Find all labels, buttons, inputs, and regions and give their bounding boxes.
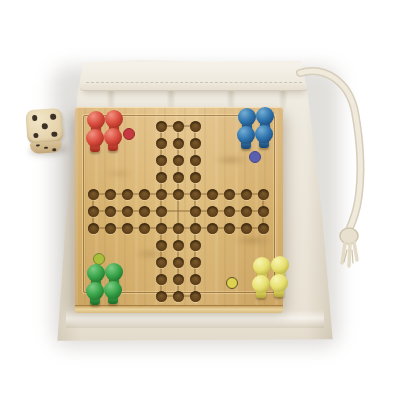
die[interactable]	[24, 108, 67, 158]
board-hole[interactable]	[156, 274, 167, 285]
board-hole[interactable]	[122, 223, 133, 234]
board-hole[interactable]	[105, 223, 116, 234]
board-hole[interactable]	[190, 206, 201, 217]
board-hole[interactable]	[88, 189, 99, 200]
board-hole[interactable]	[105, 206, 116, 217]
board-hole[interactable]	[190, 155, 201, 166]
board-hole[interactable]	[241, 206, 252, 217]
board-hole[interactable]	[190, 223, 201, 234]
board-hole[interactable]	[88, 206, 99, 217]
die-pip	[50, 114, 56, 120]
board-hole[interactable]	[190, 189, 201, 200]
die-pip	[32, 115, 38, 121]
board-hole[interactable]	[207, 189, 218, 200]
board-hole[interactable]	[190, 121, 201, 132]
board-hole[interactable]	[139, 223, 150, 234]
board-hole[interactable]	[190, 257, 201, 268]
board-hole[interactable]	[173, 189, 184, 200]
board-hole[interactable]	[173, 274, 184, 285]
board-hole[interactable]	[258, 223, 269, 234]
board-hole[interactable]	[173, 240, 184, 251]
die-pip	[35, 144, 39, 147]
board-hole[interactable]	[139, 206, 150, 217]
board-hole[interactable]	[190, 274, 201, 285]
board-hole[interactable]	[139, 189, 150, 200]
board-hole[interactable]	[156, 291, 167, 302]
board-hole[interactable]	[156, 172, 167, 183]
cord-tassel	[342, 242, 357, 266]
board-hole[interactable]	[122, 189, 133, 200]
board-hole[interactable]	[122, 206, 133, 217]
board-hole[interactable]	[156, 257, 167, 268]
board-hole[interactable]	[224, 206, 235, 217]
board-hole[interactable]	[258, 189, 269, 200]
board-hole[interactable]	[190, 291, 201, 302]
board-hole[interactable]	[156, 240, 167, 251]
die-pip	[52, 131, 58, 137]
board-hole[interactable]	[173, 121, 184, 132]
game-board	[75, 107, 283, 313]
board-hole[interactable]	[224, 189, 235, 200]
die-top-face	[25, 108, 63, 144]
die-pip	[33, 133, 39, 139]
board-hole[interactable]	[105, 189, 116, 200]
board-surface	[75, 107, 283, 306]
cord-knot	[340, 228, 358, 244]
board-hole[interactable]	[207, 206, 218, 217]
board-hole[interactable]	[173, 291, 184, 302]
board-hole[interactable]	[173, 138, 184, 149]
board-hole[interactable]	[241, 189, 252, 200]
board-hole[interactable]	[241, 223, 252, 234]
holes-layer	[75, 107, 283, 306]
board-hole[interactable]	[156, 121, 167, 132]
board-hole[interactable]	[173, 223, 184, 234]
board-hole[interactable]	[156, 138, 167, 149]
board-hole[interactable]	[190, 138, 201, 149]
bag-hem	[80, 62, 308, 91]
board-hole[interactable]	[173, 172, 184, 183]
board-hole[interactable]	[88, 223, 99, 234]
board-hole[interactable]	[224, 223, 235, 234]
board-hole[interactable]	[156, 223, 167, 234]
board-hole[interactable]	[258, 206, 269, 217]
bag-stitch-line	[86, 82, 302, 83]
die-pip	[42, 123, 48, 129]
board-hole[interactable]	[156, 206, 167, 217]
board-hole[interactable]	[190, 240, 201, 251]
board-hole[interactable]	[173, 155, 184, 166]
board-hole[interactable]	[190, 172, 201, 183]
die-pip	[44, 146, 48, 149]
board-side-edge	[75, 305, 283, 313]
die-pip	[52, 148, 56, 151]
product-photo	[0, 0, 393, 393]
board-hole[interactable]	[173, 257, 184, 268]
board-hole[interactable]	[156, 189, 167, 200]
board-hole[interactable]	[156, 155, 167, 166]
board-hole[interactable]	[207, 223, 218, 234]
